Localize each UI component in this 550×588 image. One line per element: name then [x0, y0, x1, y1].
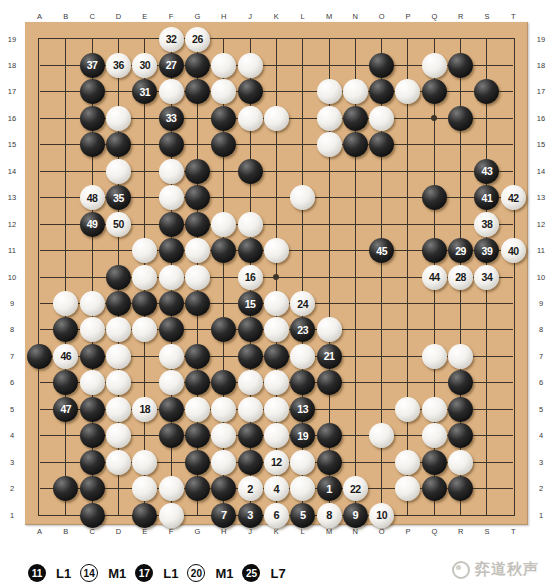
coord-row-left-7: 7 [2, 352, 22, 361]
move-number: 22 [350, 483, 361, 495]
logo-text: 弈道秋声 [475, 560, 539, 579]
coord-col-bottom-P: P [398, 527, 418, 536]
coord-row-right-14: 14 [531, 167, 550, 176]
coord-row-right-15: 15 [531, 140, 550, 149]
coord-row-right-18: 18 [531, 61, 550, 70]
stone-H16 [211, 106, 236, 131]
stone-M6 [317, 370, 342, 395]
move-number: 26 [192, 33, 203, 45]
coord-col-bottom-E: E [135, 527, 155, 536]
coord-col-top-A: A [30, 12, 50, 21]
stone-J1: 3 [238, 503, 263, 528]
stone-G4 [185, 423, 210, 448]
stone-O16 [369, 106, 394, 131]
stone-C4 [80, 423, 105, 448]
move-number: 46 [60, 350, 71, 362]
stone-J4 [238, 423, 263, 448]
coord-col-top-Q: Q [424, 12, 444, 21]
coord-col-bottom-A: A [30, 527, 50, 536]
stone-R16 [448, 106, 473, 131]
publisher-logo: 弈道秋声 [452, 560, 539, 579]
stone-G19: 26 [185, 27, 210, 52]
stone-E1 [132, 503, 157, 528]
stone-K4 [264, 423, 289, 448]
stone-D14 [106, 159, 131, 184]
coord-row-right-8: 8 [531, 325, 550, 334]
stone-K9 [264, 291, 289, 316]
coord-col-bottom-S: S [477, 527, 497, 536]
stone-F2 [159, 476, 184, 501]
stone-L1: 5 [290, 503, 315, 528]
stone-F19: 32 [159, 27, 184, 52]
stone-C8 [80, 317, 105, 342]
stone-J5 [238, 397, 263, 422]
stone-O1: 10 [369, 503, 394, 528]
stone-M1: 8 [317, 503, 342, 528]
move-number: 45 [376, 245, 387, 257]
coord-row-left-5: 5 [2, 405, 22, 414]
stone-F18: 27 [159, 53, 184, 78]
coord-col-bottom-K: K [266, 527, 286, 536]
coord-row-left-10: 10 [2, 273, 22, 282]
stone-J14 [238, 159, 263, 184]
stone-O18 [369, 53, 394, 78]
move-number: 49 [87, 218, 98, 230]
move-number: 43 [482, 165, 493, 177]
coord-col-bottom-M: M [319, 527, 339, 536]
stone-Q2 [422, 476, 447, 501]
coord-col-bottom-F: F [161, 527, 181, 536]
stone-D13: 35 [106, 185, 131, 210]
coord-row-left-11: 11 [2, 246, 22, 255]
stone-G2 [185, 476, 210, 501]
coord-row-left-9: 9 [2, 299, 22, 308]
legend-point-label: M1 [215, 566, 233, 581]
move-number: 27 [166, 59, 177, 71]
coord-row-right-7: 7 [531, 352, 550, 361]
move-number: 30 [139, 59, 150, 71]
coord-col-top-O: O [372, 12, 392, 21]
stone-K16 [264, 106, 289, 131]
stone-C6 [80, 370, 105, 395]
coord-col-bottom-C: C [82, 527, 102, 536]
stone-M16 [317, 106, 342, 131]
stone-D9 [106, 291, 131, 316]
coord-row-left-16: 16 [2, 114, 22, 123]
move-number: 50 [113, 218, 124, 230]
stone-Q13 [422, 185, 447, 210]
coord-row-right-12: 12 [531, 220, 550, 229]
coord-row-right-3: 3 [531, 458, 550, 467]
stone-F9 [159, 291, 184, 316]
coord-col-bottom-D: D [108, 527, 128, 536]
stone-D12: 50 [106, 212, 131, 237]
move-number: 34 [482, 271, 493, 283]
move-number: 15 [245, 298, 256, 310]
stone-C18: 37 [80, 53, 105, 78]
coord-row-right-5: 5 [531, 405, 550, 414]
move-number: 48 [87, 192, 98, 204]
stone-C15 [80, 132, 105, 157]
coord-col-bottom-L: L [293, 527, 313, 536]
stone-F15 [159, 132, 184, 157]
stone-K3: 12 [264, 450, 289, 475]
stone-C12: 49 [80, 212, 105, 237]
move-number: 1 [326, 483, 332, 495]
coord-col-top-L: L [293, 12, 313, 21]
stone-H1: 7 [211, 503, 236, 528]
stone-Q3 [422, 450, 447, 475]
coord-col-top-T: T [503, 12, 523, 21]
move-number: 37 [87, 59, 98, 71]
stone-C9 [80, 291, 105, 316]
legend-stone-25: 25 [242, 564, 260, 582]
stone-G9 [185, 291, 210, 316]
logo-icon [452, 561, 470, 579]
move-number: 21 [324, 350, 335, 362]
coord-row-right-9: 9 [531, 299, 550, 308]
stone-D18: 36 [106, 53, 131, 78]
coord-row-left-13: 13 [2, 193, 22, 202]
coord-row-left-2: 2 [2, 484, 22, 493]
coord-row-left-17: 17 [2, 87, 22, 96]
move-number: 36 [113, 59, 124, 71]
move-number: 16 [245, 271, 256, 283]
stone-J9: 15 [238, 291, 263, 316]
stone-L7 [290, 344, 315, 369]
legend-stone-20: 20 [187, 564, 205, 582]
move-number: 39 [482, 245, 493, 257]
coord-row-left-15: 15 [2, 140, 22, 149]
coord-col-top-K: K [266, 12, 286, 21]
stone-R10: 28 [448, 265, 473, 290]
stone-Q11 [422, 238, 447, 263]
stone-H18 [211, 53, 236, 78]
legend-stone-14: 14 [80, 564, 98, 582]
move-number: 35 [113, 192, 124, 204]
stone-M4 [317, 423, 342, 448]
stone-C16 [80, 106, 105, 131]
stone-D10 [106, 265, 131, 290]
stone-Q7 [422, 344, 447, 369]
stone-D5 [106, 397, 131, 422]
stone-A7 [27, 344, 52, 369]
coord-row-left-4: 4 [2, 431, 22, 440]
move-number: 2 [247, 483, 253, 495]
coord-row-left-8: 8 [2, 325, 22, 334]
move-number: 42 [508, 192, 519, 204]
move-number: 33 [166, 112, 177, 124]
coord-col-top-C: C [82, 12, 102, 21]
move-number: 41 [482, 192, 493, 204]
stone-G18 [185, 53, 210, 78]
coord-row-right-1: 1 [531, 511, 550, 520]
stone-G13 [185, 185, 210, 210]
move-number: 9 [353, 509, 359, 521]
move-number: 18 [139, 403, 150, 415]
stone-G10 [185, 265, 210, 290]
stone-G14 [185, 159, 210, 184]
coord-col-top-D: D [108, 12, 128, 21]
stone-J8 [238, 317, 263, 342]
stone-C7 [80, 344, 105, 369]
legend-point-label: L1 [56, 566, 71, 581]
coord-col-top-N: N [345, 12, 365, 21]
stone-F8 [159, 317, 184, 342]
coord-col-top-E: E [135, 12, 155, 21]
coord-row-left-19: 19 [2, 35, 22, 44]
stone-G12 [185, 212, 210, 237]
stone-M7: 21 [317, 344, 342, 369]
move-number: 31 [139, 86, 150, 98]
stone-F17 [159, 79, 184, 104]
coord-col-bottom-T: T [503, 527, 523, 536]
move-number: 32 [166, 33, 177, 45]
move-number: 40 [508, 245, 519, 257]
stone-C13: 48 [80, 185, 105, 210]
coord-col-bottom-G: G [187, 527, 207, 536]
stone-K11 [264, 238, 289, 263]
legend-stone-11: 11 [28, 564, 46, 582]
stone-G7 [185, 344, 210, 369]
stone-T11: 40 [501, 238, 526, 263]
stone-B5: 47 [53, 397, 78, 422]
stone-S10: 34 [474, 265, 499, 290]
legend-point-label: L7 [270, 566, 285, 581]
stone-N15 [343, 132, 368, 157]
stone-H5 [211, 397, 236, 422]
stone-E3 [132, 450, 157, 475]
coord-col-bottom-J: J [240, 527, 260, 536]
coord-row-right-17: 17 [531, 87, 550, 96]
coord-col-top-M: M [319, 12, 339, 21]
stone-F1 [159, 503, 184, 528]
stone-Q5 [422, 397, 447, 422]
coord-col-top-P: P [398, 12, 418, 21]
coord-col-bottom-O: O [372, 527, 392, 536]
coord-row-left-14: 14 [2, 167, 22, 176]
coord-row-right-11: 11 [531, 246, 550, 255]
stone-P3 [395, 450, 420, 475]
coord-row-right-4: 4 [531, 431, 550, 440]
stone-H3 [211, 450, 236, 475]
stone-D16 [106, 106, 131, 131]
coord-col-top-B: B [56, 12, 76, 21]
coord-col-top-J: J [240, 12, 260, 21]
stone-K7 [264, 344, 289, 369]
legend-point-label: L1 [163, 566, 178, 581]
move-number: 6 [274, 509, 280, 521]
stone-M2: 1 [317, 476, 342, 501]
coord-col-top-F: F [161, 12, 181, 21]
stone-J10: 16 [238, 265, 263, 290]
stone-Q4 [422, 423, 447, 448]
stone-E5: 18 [132, 397, 157, 422]
coord-col-bottom-N: N [345, 527, 365, 536]
stone-J16 [238, 106, 263, 131]
move-number: 24 [297, 298, 308, 310]
move-number: 28 [455, 271, 466, 283]
stone-F10 [159, 265, 184, 290]
move-number: 23 [297, 324, 308, 336]
move-number: 7 [221, 509, 227, 521]
move-number: 4 [274, 483, 280, 495]
stone-R18 [448, 53, 473, 78]
stone-F4 [159, 423, 184, 448]
stone-T13: 42 [501, 185, 526, 210]
stone-J3 [238, 450, 263, 475]
stone-D7 [106, 344, 131, 369]
coord-row-left-1: 1 [2, 511, 22, 520]
move-number: 47 [60, 403, 71, 415]
stone-J7 [238, 344, 263, 369]
stone-R3 [448, 450, 473, 475]
stone-R5 [448, 397, 473, 422]
stone-G11 [185, 238, 210, 263]
stone-C2 [80, 476, 105, 501]
move-number: 5 [300, 509, 306, 521]
coord-col-bottom-H: H [214, 527, 234, 536]
coord-col-bottom-B: B [56, 527, 76, 536]
stone-F6 [159, 370, 184, 395]
coord-row-left-6: 6 [2, 378, 22, 387]
stone-E10 [132, 265, 157, 290]
stone-G5 [185, 397, 210, 422]
legend-stone-17: 17 [135, 564, 153, 582]
coord-row-right-19: 19 [531, 35, 550, 44]
stone-F12 [159, 212, 184, 237]
stone-G3 [185, 450, 210, 475]
coord-row-left-18: 18 [2, 61, 22, 70]
move-number: 13 [297, 403, 308, 415]
stone-N2: 22 [343, 476, 368, 501]
stone-C5 [80, 397, 105, 422]
coord-col-top-H: H [214, 12, 234, 21]
stone-J18 [238, 53, 263, 78]
move-number: 29 [455, 245, 466, 257]
coord-row-right-6: 6 [531, 378, 550, 387]
stone-N16 [343, 106, 368, 131]
stone-M17 [317, 79, 342, 104]
stone-Q18 [422, 53, 447, 78]
coord-row-left-12: 12 [2, 220, 22, 229]
stone-L3 [290, 450, 315, 475]
go-diagram: AABBCCDDEEFFGGHHJJKKLLMMNNOOPPQQRRSSTT19… [0, 0, 550, 588]
stone-H12 [211, 212, 236, 237]
stone-C1 [80, 503, 105, 528]
legend-point-label: M1 [108, 566, 126, 581]
coord-col-top-S: S [477, 12, 497, 21]
move-number: 38 [482, 218, 493, 230]
stone-J12 [238, 212, 263, 237]
stone-R7 [448, 344, 473, 369]
stone-D3 [106, 450, 131, 475]
move-number: 10 [376, 509, 387, 521]
stone-N1: 9 [343, 503, 368, 528]
stone-J6 [238, 370, 263, 395]
coord-row-right-16: 16 [531, 114, 550, 123]
stone-K1: 6 [264, 503, 289, 528]
stone-L5: 13 [290, 397, 315, 422]
stone-Q10: 44 [422, 265, 447, 290]
coord-col-bottom-R: R [451, 527, 471, 536]
coord-col-top-R: R [451, 12, 471, 21]
stone-F14 [159, 159, 184, 184]
move-number: 12 [271, 456, 282, 468]
stone-K5 [264, 397, 289, 422]
stone-F13 [159, 185, 184, 210]
stone-F5 [159, 397, 184, 422]
stone-S12: 38 [474, 212, 499, 237]
move-legend: 11L114M117L120M125L7 [28, 561, 286, 585]
stone-F16: 33 [159, 106, 184, 131]
coord-col-top-G: G [187, 12, 207, 21]
stone-C3 [80, 450, 105, 475]
coord-row-right-2: 2 [531, 484, 550, 493]
move-number: 19 [297, 430, 308, 442]
stone-M3 [317, 450, 342, 475]
stone-M8 [317, 317, 342, 342]
stone-J11 [238, 238, 263, 263]
stone-F11 [159, 238, 184, 263]
stone-K2: 4 [264, 476, 289, 501]
stone-C17 [80, 79, 105, 104]
stone-J17 [238, 79, 263, 104]
stone-M15 [317, 132, 342, 157]
stone-F7 [159, 344, 184, 369]
move-number: 3 [247, 509, 253, 521]
coord-row-right-13: 13 [531, 193, 550, 202]
coord-row-left-3: 3 [2, 458, 22, 467]
stone-J2: 2 [238, 476, 263, 501]
coord-col-bottom-Q: Q [424, 527, 444, 536]
move-number: 8 [326, 509, 332, 521]
coord-row-right-10: 10 [531, 273, 550, 282]
move-number: 44 [429, 271, 440, 283]
